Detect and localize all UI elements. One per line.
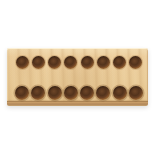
pit-hole[interactable] [113,86,127,100]
pit-hole[interactable] [16,56,29,69]
pit-row-top [16,56,142,69]
pit-hole[interactable] [81,56,94,69]
pit-hole[interactable] [64,86,78,100]
pit-hole[interactable] [48,56,61,69]
pit-row-bottom [15,86,143,100]
pit-hole[interactable] [48,86,62,100]
pit-hole[interactable] [96,86,110,100]
mancala-board [7,48,148,106]
pit-hole[interactable] [32,56,45,69]
pit-hole[interactable] [113,56,126,69]
screenshot-body: { "game": "mancala", "board": { "rows": … [0,0,160,160]
board-bottom-edge [7,101,148,106]
pit-hole[interactable] [129,86,143,100]
pit-hole[interactable] [80,86,94,100]
pit-hole[interactable] [97,56,110,69]
product-photo-canvas [0,0,160,160]
pit-hole[interactable] [31,86,45,100]
pit-hole[interactable] [64,56,77,69]
board-face [7,48,148,101]
pit-hole[interactable] [15,86,29,100]
pit-hole[interactable] [129,56,142,69]
